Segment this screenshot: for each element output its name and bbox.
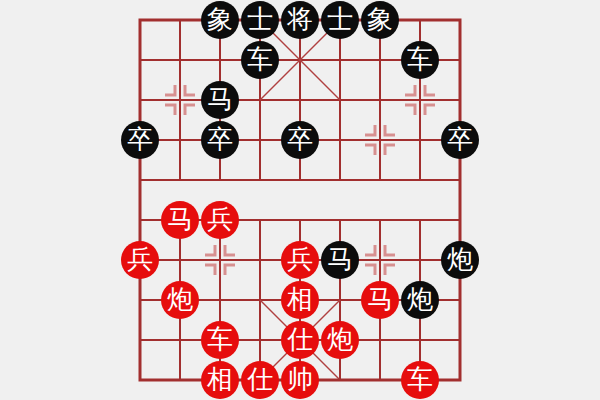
piece-black-horse[interactable]: 马: [201, 81, 239, 119]
piece-red-advisor[interactable]: 仕: [241, 361, 279, 399]
piece-red-soldier[interactable]: 兵: [121, 241, 159, 279]
xiangqi-board[interactable]: 象士将士象车车马卒卒卒卒马兵兵兵马炮炮相马炮车仕炮相仕帅车: [120, 0, 480, 400]
piece-black-soldier[interactable]: 卒: [281, 121, 319, 159]
piece-black-general[interactable]: 将: [281, 1, 319, 39]
piece-red-elephant[interactable]: 相: [281, 281, 319, 319]
piece-red-horse[interactable]: 马: [361, 281, 399, 319]
piece-black-horse[interactable]: 马: [321, 241, 359, 279]
piece-black-chariot[interactable]: 车: [241, 41, 279, 79]
piece-black-advisor[interactable]: 士: [321, 1, 359, 39]
piece-black-elephant[interactable]: 象: [201, 1, 239, 39]
piece-black-soldier[interactable]: 卒: [201, 121, 239, 159]
piece-black-cannon[interactable]: 炮: [401, 281, 439, 319]
piece-black-soldier[interactable]: 卒: [441, 121, 479, 159]
piece-red-elephant[interactable]: 相: [201, 361, 239, 399]
piece-black-chariot[interactable]: 车: [401, 41, 439, 79]
piece-red-soldier[interactable]: 兵: [281, 241, 319, 279]
piece-black-elephant[interactable]: 象: [361, 1, 399, 39]
xiangqi-board-screenshot: 象士将士象车车马卒卒卒卒马兵兵兵马炮炮相马炮车仕炮相仕帅车: [0, 0, 600, 400]
piece-red-chariot[interactable]: 车: [401, 361, 439, 399]
piece-red-general[interactable]: 帅: [281, 361, 319, 399]
piece-red-chariot[interactable]: 车: [201, 321, 239, 359]
piece-red-advisor[interactable]: 仕: [281, 321, 319, 359]
piece-red-cannon[interactable]: 炮: [161, 281, 199, 319]
piece-red-horse[interactable]: 马: [161, 201, 199, 239]
piece-red-cannon[interactable]: 炮: [321, 321, 359, 359]
piece-black-advisor[interactable]: 士: [241, 1, 279, 39]
piece-black-soldier[interactable]: 卒: [121, 121, 159, 159]
piece-black-cannon[interactable]: 炮: [441, 241, 479, 279]
piece-red-soldier[interactable]: 兵: [201, 201, 239, 239]
